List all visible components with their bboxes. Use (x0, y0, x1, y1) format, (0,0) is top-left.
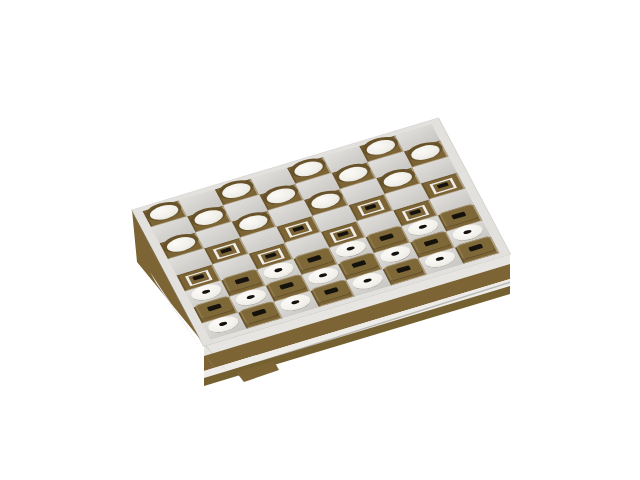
peg-hole (418, 224, 427, 229)
peg-hole (218, 321, 227, 326)
peg-hole (363, 278, 372, 283)
peg-hole (451, 212, 466, 220)
peg-hole (351, 260, 366, 268)
peg-hole (291, 299, 300, 304)
peg-hole (468, 244, 483, 252)
peg-hole (207, 303, 222, 311)
peg-hole (252, 309, 267, 317)
peg-hole (201, 289, 210, 294)
peg-hole (435, 256, 444, 261)
peg-hole (379, 233, 394, 241)
product-photo (0, 0, 640, 480)
peg-hole (279, 282, 294, 290)
peg-hole (324, 287, 339, 295)
peg-hole (246, 294, 255, 299)
peg-hole (396, 265, 411, 273)
peg-hole (274, 267, 283, 272)
peg-hole (424, 238, 439, 246)
peg-hole (318, 272, 327, 277)
peg-hole (307, 255, 322, 263)
peg-hole (346, 246, 355, 251)
peg-hole (463, 229, 472, 234)
peg-hole (390, 251, 399, 256)
peg-hole (235, 277, 250, 285)
